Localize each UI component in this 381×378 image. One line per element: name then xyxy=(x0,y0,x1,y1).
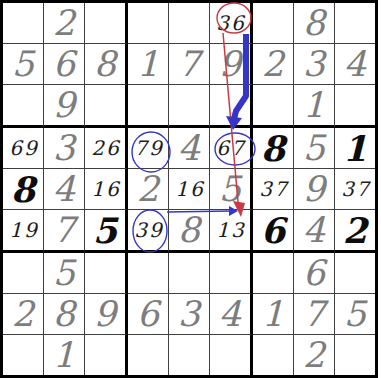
cell-r9c9[interactable] xyxy=(335,335,375,375)
cell-r7c5[interactable] xyxy=(169,253,210,294)
cell-r9c8[interactable]: 2 xyxy=(294,335,335,375)
cell-r1c9[interactable] xyxy=(335,3,375,44)
cell-r2c8[interactable]: 3 xyxy=(294,44,335,85)
cell-r4c4[interactable]: 79 xyxy=(128,128,169,169)
cell-r3c2[interactable]: 9 xyxy=(44,85,85,128)
cell-r3c9[interactable] xyxy=(335,85,375,128)
cell-r2c6[interactable]: 9 xyxy=(210,44,253,85)
cell-r3c6[interactable] xyxy=(210,85,253,128)
cell-r5c5[interactable]: 16 xyxy=(169,169,210,210)
cell-r6c5[interactable]: 8 xyxy=(169,210,210,253)
cell-r9c2[interactable]: 1 xyxy=(44,335,85,375)
cell-r3c8[interactable]: 1 xyxy=(294,85,335,128)
cell-r6c6[interactable]: 13 xyxy=(210,210,253,253)
cell-r7c6[interactable] xyxy=(210,253,253,294)
cell-r6c9[interactable]: 2 xyxy=(335,210,375,253)
cell-r6c4[interactable]: 39 xyxy=(128,210,169,253)
cell-r9c7[interactable] xyxy=(253,335,294,375)
cell-r4c3[interactable]: 26 xyxy=(85,128,128,169)
cell-r4c8[interactable]: 5 xyxy=(294,128,335,169)
cell-r8c2[interactable]: 8 xyxy=(44,294,85,335)
cell-r9c1[interactable] xyxy=(3,335,44,375)
cell-r1c7[interactable] xyxy=(253,3,294,44)
cell-r2c2[interactable]: 6 xyxy=(44,44,85,85)
cell-r5c4[interactable]: 2 xyxy=(128,169,169,210)
cell-r8c8[interactable]: 7 xyxy=(294,294,335,335)
cell-r4c6[interactable]: 67 xyxy=(210,128,253,169)
cell-r7c1[interactable] xyxy=(3,253,44,294)
cell-r2c3[interactable]: 8 xyxy=(85,44,128,85)
cell-r7c9[interactable] xyxy=(335,253,375,294)
cell-r2c4[interactable]: 1 xyxy=(128,44,169,85)
cell-r7c4[interactable] xyxy=(128,253,169,294)
cell-r8c6[interactable]: 4 xyxy=(210,294,253,335)
cell-r9c5[interactable] xyxy=(169,335,210,375)
cell-r2c7[interactable]: 2 xyxy=(253,44,294,85)
cell-r1c5[interactable] xyxy=(169,3,210,44)
cell-r8c7[interactable]: 1 xyxy=(253,294,294,335)
cell-r7c8[interactable]: 6 xyxy=(294,253,335,294)
cell-r1c3[interactable] xyxy=(85,3,128,44)
cell-r2c1[interactable]: 5 xyxy=(3,44,44,85)
cell-r7c2[interactable]: 5 xyxy=(44,253,85,294)
cell-r5c8[interactable]: 9 xyxy=(294,169,335,210)
cell-r2c9[interactable]: 4 xyxy=(335,44,375,85)
cell-r6c8[interactable]: 4 xyxy=(294,210,335,253)
sudoku-board: 2368568179234916932679467851841621653793… xyxy=(0,0,378,378)
cell-r1c2[interactable]: 2 xyxy=(44,3,85,44)
cell-r1c8[interactable]: 8 xyxy=(294,3,335,44)
cell-r1c1[interactable] xyxy=(3,3,44,44)
cell-r5c1[interactable]: 8 xyxy=(3,169,44,210)
cell-r3c1[interactable] xyxy=(3,85,44,128)
cell-r6c7[interactable]: 6 xyxy=(253,210,294,253)
cell-r5c9[interactable]: 37 xyxy=(335,169,375,210)
cell-r1c6[interactable]: 36 xyxy=(210,3,253,44)
sudoku-board-area: 2368568179234916932679467851841621653793… xyxy=(0,0,378,378)
cell-r8c4[interactable]: 6 xyxy=(128,294,169,335)
cell-r3c3[interactable] xyxy=(85,85,128,128)
cell-r7c7[interactable] xyxy=(253,253,294,294)
cell-r4c7[interactable]: 8 xyxy=(253,128,294,169)
cell-r4c1[interactable]: 69 xyxy=(3,128,44,169)
cell-r8c1[interactable]: 2 xyxy=(3,294,44,335)
cell-r5c6[interactable]: 5 xyxy=(210,169,253,210)
cell-r6c1[interactable]: 19 xyxy=(3,210,44,253)
cell-r6c2[interactable]: 7 xyxy=(44,210,85,253)
cell-r2c5[interactable]: 7 xyxy=(169,44,210,85)
cell-r3c5[interactable] xyxy=(169,85,210,128)
cell-r9c6[interactable] xyxy=(210,335,253,375)
cell-r9c3[interactable] xyxy=(85,335,128,375)
cell-r3c7[interactable] xyxy=(253,85,294,128)
cell-r9c4[interactable] xyxy=(128,335,169,375)
cell-r6c3[interactable]: 5 xyxy=(85,210,128,253)
cell-r8c9[interactable]: 5 xyxy=(335,294,375,335)
cell-r4c2[interactable]: 3 xyxy=(44,128,85,169)
cell-r7c3[interactable] xyxy=(85,253,128,294)
cell-r8c3[interactable]: 9 xyxy=(85,294,128,335)
cell-r5c2[interactable]: 4 xyxy=(44,169,85,210)
cell-r5c7[interactable]: 37 xyxy=(253,169,294,210)
cell-r4c9[interactable]: 1 xyxy=(335,128,375,169)
cell-r1c4[interactable] xyxy=(128,3,169,44)
cell-r3c4[interactable] xyxy=(128,85,169,128)
cell-r4c5[interactable]: 4 xyxy=(169,128,210,169)
cell-r5c3[interactable]: 16 xyxy=(85,169,128,210)
cell-r8c5[interactable]: 3 xyxy=(169,294,210,335)
